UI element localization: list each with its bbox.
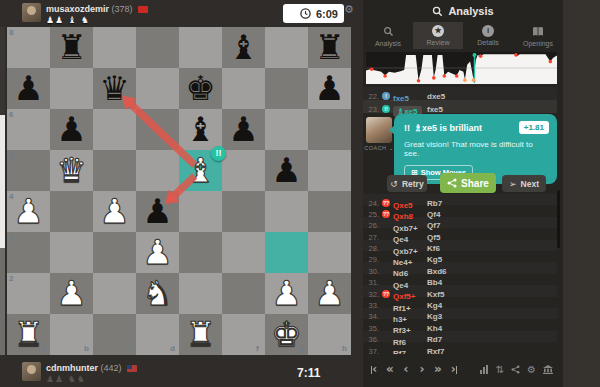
file-label-e: e (213, 344, 217, 353)
comment-header: !! ♗xe5 is brilliant +1.81 (404, 121, 549, 134)
black-move[interactable]: Rd7 (427, 335, 557, 344)
square-d8[interactable] (136, 27, 179, 68)
white-knight-d2[interactable]: ♞ (136, 273, 179, 314)
square-d7[interactable] (136, 68, 179, 109)
square-g4[interactable] (265, 191, 308, 232)
panel-title: Analysis (448, 5, 493, 17)
move-number: 31. (363, 278, 382, 287)
rank-label-8: 8 (9, 28, 13, 37)
black-rook-h8[interactable]: ♜ (308, 27, 351, 68)
move-row-22: 22.!fxe5dxe5 (363, 87, 557, 100)
black-pawn-h7[interactable]: ♟ (308, 68, 351, 109)
black-pawn-f6[interactable]: ♟ (222, 109, 265, 150)
square-d6[interactable] (136, 109, 179, 150)
move-nav-controls: ‹ « ‹ › » › (368, 362, 460, 376)
bottom-player-captured-pieces: ♟♟ ♞♞ (46, 374, 86, 384)
black-move[interactable]: Rxf7 (427, 347, 557, 354)
move-row-24: 24.??Qxe5Rb7 (363, 194, 557, 205)
square-f5[interactable] (222, 150, 265, 191)
square-h4[interactable] (308, 191, 351, 232)
bottom-player-avatar[interactable] (22, 362, 41, 381)
move-number: 35. (363, 324, 382, 333)
action-buttons: ↺ Retry Share ➢ Next (363, 173, 557, 195)
next-arrow-icon: ➢ (509, 179, 517, 189)
fast-back-button[interactable]: « (384, 362, 396, 376)
retry-button[interactable]: ↺ Retry (387, 175, 427, 192)
share-label: Share (461, 178, 489, 189)
black-move[interactable]: Kxf5 (427, 290, 557, 299)
square-b5[interactable]: ♛ (50, 150, 93, 191)
tab-label: Analysis (375, 40, 401, 47)
white-queen-b5[interactable]: ♛ (50, 150, 93, 191)
page-background-strip (563, 0, 600, 387)
clock-icon (300, 8, 311, 19)
square-h7[interactable]: ♟ (308, 68, 351, 109)
file-label-b: b (84, 344, 89, 353)
top-player-clock: 6:09 (283, 4, 344, 23)
square-b3[interactable] (50, 232, 93, 273)
explorer-building-icon[interactable] (543, 365, 553, 374)
black-move[interactable]: Qf7 (427, 221, 557, 230)
next-button[interactable]: ➢ Next (502, 175, 546, 192)
black-move[interactable]: Kg3 (427, 312, 557, 321)
evaluation-bar-white-segment (0, 115, 5, 248)
file-label-h: h (342, 344, 347, 353)
square-h3[interactable] (308, 232, 351, 273)
square-f2[interactable] (222, 273, 265, 314)
rank-label-3: 3 (9, 233, 13, 242)
square-h5[interactable] (308, 150, 351, 191)
square-h6[interactable] (308, 109, 351, 150)
black-move[interactable]: Rb7 (427, 199, 557, 208)
square-b6[interactable]: ♟ (50, 109, 93, 150)
info-icon: i (482, 25, 494, 37)
move-number: 30. (363, 267, 382, 276)
black-pawn-d4[interactable]: ♟ (136, 191, 179, 232)
square-c6[interactable] (93, 109, 136, 150)
eval-badge: +1.81 (519, 121, 549, 134)
square-e6[interactable]: ♝ (179, 109, 222, 150)
move-number: 37. (363, 347, 382, 354)
file-label-a: a (41, 344, 45, 353)
file-label-g: g (299, 344, 304, 353)
analysis-chart-icon[interactable] (480, 365, 489, 374)
move-number: 33. (363, 301, 382, 310)
move-number: 28. (363, 244, 382, 253)
evaluation-graph[interactable] (366, 52, 557, 84)
bottom-player-clock: 7:11 (297, 366, 320, 380)
white-pawn-g2[interactable]: ♟ (265, 273, 308, 314)
rank-label-2: 2 (9, 274, 13, 283)
white-pawn-d3[interactable]: ♟ (136, 232, 179, 273)
magnifier-icon (432, 6, 443, 17)
square-b7[interactable] (50, 68, 93, 109)
square-f7[interactable] (222, 68, 265, 109)
square-d4[interactable]: ♟ (136, 191, 179, 232)
rank-label-4: 4 (9, 192, 13, 201)
square-h8[interactable]: ♜ (308, 27, 351, 68)
black-move[interactable]: dxe5 (427, 92, 557, 101)
black-move[interactable]: fxe5 (427, 105, 557, 114)
black-king-e7[interactable]: ♚ (179, 68, 222, 109)
black-move[interactable]: Kf6 (427, 244, 557, 253)
move-list-scrollbar[interactable] (557, 190, 560, 248)
bottom-navbar: ‹ « ‹ › » › ⇅ ⚙ (363, 356, 563, 382)
top-player-avatar[interactable] (22, 3, 41, 22)
move-number: 36. (363, 335, 382, 344)
rank-label-5: 5 (9, 151, 13, 160)
black-pawn-b6[interactable]: ♟ (50, 109, 93, 150)
square-e3[interactable] (179, 232, 222, 273)
tab-openings[interactable]: Openings (513, 22, 563, 49)
white-move[interactable]: Rf7 (393, 342, 427, 354)
square-b4[interactable] (50, 191, 93, 232)
square-e2[interactable] (179, 273, 222, 314)
forward-button[interactable]: › (416, 362, 428, 376)
coach-label[interactable]: COACH ⌄ (363, 145, 395, 151)
rank-label-1: 1 (9, 315, 13, 324)
square-g6[interactable] (265, 109, 308, 150)
square-h2[interactable]: ♟ (308, 273, 351, 314)
chess-board[interactable]: ♜♝♜♟♛♚♟♟♝♟♛♝♟♟♟♟♟♟♞♟♟♜♜♚ (7, 27, 351, 355)
tab-label: Review (427, 39, 450, 46)
bottom-player-username: cdnmhunter (46, 363, 98, 373)
square-c3[interactable] (93, 232, 136, 273)
move-number: 24. (363, 199, 382, 208)
move-list-current: 22.!fxe5dxe523.!!♗xe5fxe5 (363, 87, 557, 113)
move-number: 23. (363, 105, 382, 114)
move-number: 25. (363, 210, 382, 219)
black-queen-c7[interactable]: ♛ (93, 68, 136, 109)
white-move-san[interactable]: Rf7 (393, 349, 406, 354)
black-pawn-g5[interactable]: ♟ (265, 150, 308, 191)
move-number: 22. (363, 92, 382, 101)
move-number: 32. (363, 290, 382, 299)
blunder-move-icon: ?? (382, 290, 390, 298)
evaluation-bar-gray-segment (0, 248, 5, 355)
analysis-panel: Analysis Analysis ★ Review i Details Ope… (363, 0, 563, 387)
tab-label: Openings (523, 40, 553, 47)
top-player-captured-pieces: ♟♟ ♝ ♞ (46, 15, 90, 25)
top-player-username: musaxozdemir (46, 4, 109, 14)
square-e4[interactable] (179, 191, 222, 232)
share-icon (447, 178, 457, 188)
great-move-icon: ! (382, 92, 390, 100)
jump-end-button[interactable]: › (448, 362, 460, 376)
square-f8[interactable]: ♝ (222, 27, 265, 68)
rank-label-7: 7 (9, 69, 13, 78)
top-player-flag-icon (138, 6, 148, 13)
brilliant-bang-icon: !! (404, 123, 410, 133)
tab-label: Details (477, 39, 498, 46)
back-button[interactable]: ‹ (400, 362, 412, 376)
square-c7[interactable]: ♛ (93, 68, 136, 109)
share-icon[interactable] (511, 365, 520, 374)
settings-gear-icon[interactable]: ⚙ (527, 364, 536, 375)
comment-body: Great vision! That move is difficult to … (404, 140, 549, 158)
share-button[interactable]: Share (440, 173, 496, 193)
square-b2[interactable]: ♟ (50, 273, 93, 314)
jump-start-button[interactable]: ‹ (368, 362, 380, 376)
square-f3[interactable] (222, 232, 265, 273)
black-move[interactable]: Qf5 (427, 233, 557, 242)
top-player-rating: (378) (112, 4, 133, 14)
top-player-name[interactable]: musaxozdemir (378) (46, 4, 148, 14)
retry-label: Retry (402, 179, 424, 189)
tab-analysis[interactable]: Analysis (363, 22, 413, 49)
square-f6[interactable]: ♟ (222, 109, 265, 150)
move-number: 26. (363, 221, 382, 230)
square-c4[interactable]: ♟ (93, 191, 136, 232)
black-move[interactable]: Bb4 (427, 278, 557, 287)
black-rook-b8[interactable]: ♜ (50, 27, 93, 68)
tab-details[interactable]: i Details (463, 22, 513, 49)
blunder-move-icon: ?? (382, 199, 390, 207)
panel-tabs: Analysis ★ Review i Details Openings (363, 22, 563, 49)
square-f4[interactable] (222, 191, 265, 232)
white-pawn-h2[interactable]: ♟ (308, 273, 351, 314)
black-move[interactable]: Qf4 (427, 210, 557, 219)
bottom-player-flag-icon (127, 365, 137, 372)
panel-header: Analysis (363, 0, 563, 22)
file-label-f: f (256, 344, 259, 353)
brilliant-move-icon: !! (382, 105, 390, 113)
white-pawn-b2[interactable]: ♟ (50, 273, 93, 314)
square-c8[interactable] (93, 27, 136, 68)
black-move[interactable]: Kg5 (427, 255, 557, 264)
star-icon: ★ (432, 25, 444, 37)
white-pawn-c4[interactable]: ♟ (93, 191, 136, 232)
panel-action-icons: ⇅ ⚙ (480, 364, 553, 375)
square-g3[interactable] (265, 232, 308, 273)
bottom-player-name[interactable]: cdnmhunter (442) (46, 363, 137, 373)
square-e7[interactable]: ♚ (179, 68, 222, 109)
square-d3[interactable]: ♟ (136, 232, 179, 273)
tab-review[interactable]: ★ Review (413, 22, 463, 49)
square-g7[interactable] (265, 68, 308, 109)
coach-label-text: COACH (364, 145, 386, 151)
file-label-c: c (127, 344, 131, 353)
move-number: 29. (363, 255, 382, 264)
brilliant-move-badge: !! (211, 146, 226, 161)
top-player-bar: musaxozdemir (378) ♟♟ ♝ ♞ 6:09 ⚙ (0, 0, 351, 26)
black-move[interactable]: Kg4 (427, 301, 557, 310)
black-bishop-f8[interactable]: ♝ (222, 27, 265, 68)
black-move[interactable]: Kh4 (427, 324, 557, 333)
move-row-23: 23.!!♗xe5fxe5 (363, 100, 557, 113)
square-e8[interactable] (179, 27, 222, 68)
square-d5[interactable] (136, 150, 179, 191)
square-g8[interactable] (265, 27, 308, 68)
file-label-d: d (170, 344, 175, 353)
flip-board-icon[interactable]: ⇅ (496, 364, 504, 375)
retry-icon: ↺ (390, 179, 398, 189)
move-number: 34. (363, 312, 382, 321)
square-c5[interactable] (93, 150, 136, 191)
rank-label-6: 6 (9, 110, 13, 119)
square-b8[interactable]: ♜ (50, 27, 93, 68)
evaluation-bar (0, 27, 5, 355)
square-g2[interactable]: ♟ (265, 273, 308, 314)
comment-title: ♗xe5 is brilliant (414, 123, 482, 133)
book-icon (532, 25, 545, 38)
top-clock-time: 6:09 (316, 8, 338, 20)
bottom-player-rating: (442) (101, 363, 122, 373)
magnifier-icon (382, 25, 395, 38)
square-d2[interactable]: ♞ (136, 273, 179, 314)
next-label: Next (521, 179, 539, 189)
move-number: 27. (363, 233, 382, 242)
black-move[interactable]: Bxd6 (427, 267, 557, 276)
square-g5[interactable]: ♟ (265, 150, 308, 191)
board-settings-gear-icon[interactable]: ⚙ (344, 3, 354, 16)
square-c2[interactable] (93, 273, 136, 314)
move-list[interactable]: 24.??Qxe5Rb725.??Qxh8Qf426.Qxb7+Qf727.Qe… (363, 194, 557, 354)
black-bishop-e6[interactable]: ♝ (179, 109, 222, 150)
fast-forward-button[interactable]: » (432, 362, 444, 376)
